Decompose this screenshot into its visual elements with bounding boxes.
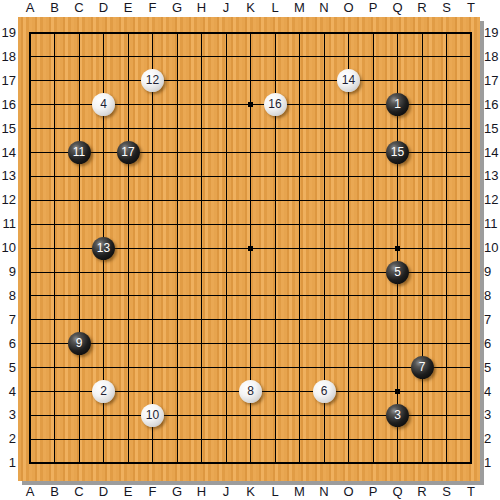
grid-vline-O (348, 32, 349, 464)
coord-label-right-14: 14 (484, 146, 499, 160)
coord-label-top-P: P (364, 1, 382, 15)
grid-vline-S (446, 32, 447, 464)
coord-label-right-10: 10 (484, 241, 499, 255)
stone-13-black-D10: 13 (92, 237, 115, 260)
goban[interactable]: 1234567891011121314151617 (18, 17, 480, 481)
coord-label-top-B: B (46, 1, 64, 15)
stone-7-black-R5: 7 (411, 356, 434, 379)
stone-4-white-D16: 4 (92, 93, 115, 116)
go-diagram-page: { "game": "go", "board_size": 19, "colum… (0, 0, 500, 500)
stone-12-white-F17: 12 (141, 69, 164, 92)
stone-16-white-L16: 16 (264, 93, 287, 116)
coord-label-top-H: H (193, 1, 211, 15)
coord-label-bottom-E: E (119, 485, 137, 499)
coord-label-right-11: 11 (484, 217, 499, 231)
coord-label-bottom-C: C (70, 485, 88, 499)
coord-label-bottom-R: R (413, 485, 431, 499)
stone-14-white-O17: 14 (337, 69, 360, 92)
grid-hline-2 (29, 439, 472, 440)
stone-11-black-C14: 11 (68, 141, 91, 164)
grid-vline-P (373, 32, 374, 464)
star-point-K16 (248, 102, 253, 107)
coord-label-top-D: D (95, 1, 113, 15)
coord-label-bottom-H: H (193, 485, 211, 499)
coord-label-right-18: 18 (484, 50, 499, 64)
coord-label-right-2: 2 (484, 432, 499, 446)
coord-label-left-14: 14 (1, 146, 16, 160)
star-point-K10 (248, 246, 253, 251)
coord-label-right-9: 9 (484, 265, 499, 279)
stone-17-black-E14: 17 (117, 141, 140, 164)
grid-vline-T (470, 32, 472, 464)
grid-vline-R (422, 32, 423, 464)
grid-hline-5 (29, 367, 472, 368)
coord-label-bottom-F: F (144, 485, 162, 499)
coord-label-left-19: 19 (1, 26, 16, 40)
coord-label-top-O: O (340, 1, 358, 15)
coord-label-bottom-G: G (168, 485, 186, 499)
coord-label-right-4: 4 (484, 385, 499, 399)
coord-label-top-F: F (144, 1, 162, 15)
coord-label-right-8: 8 (484, 289, 499, 303)
star-point-Q10 (395, 246, 400, 251)
coord-label-bottom-S: S (438, 485, 456, 499)
grid-hline-1 (29, 462, 472, 464)
coord-label-top-L: L (266, 1, 284, 15)
coord-label-right-3: 3 (484, 408, 499, 422)
coord-label-bottom-L: L (266, 485, 284, 499)
coord-label-top-R: R (413, 1, 431, 15)
coord-label-bottom-O: O (340, 485, 358, 499)
coord-label-top-S: S (438, 1, 456, 15)
coord-label-left-9: 9 (1, 265, 16, 279)
coord-label-bottom-M: M (291, 485, 309, 499)
coord-label-top-Q: Q (389, 1, 407, 15)
coord-label-left-2: 2 (1, 432, 16, 446)
coord-label-left-15: 15 (1, 122, 16, 136)
coord-label-left-12: 12 (1, 193, 16, 207)
coord-label-top-N: N (315, 1, 333, 15)
coord-label-bottom-D: D (95, 485, 113, 499)
grid-hline-6 (29, 343, 472, 344)
coord-label-left-7: 7 (1, 313, 16, 327)
stone-3-black-Q3: 3 (386, 404, 409, 427)
coord-label-bottom-T: T (462, 485, 480, 499)
coord-label-left-4: 4 (1, 385, 16, 399)
coord-label-bottom-N: N (315, 485, 333, 499)
stone-9-black-C6: 9 (68, 332, 91, 355)
coord-label-left-5: 5 (1, 361, 16, 375)
coord-label-bottom-A: A (21, 485, 39, 499)
coord-label-top-J: J (217, 1, 235, 15)
stone-15-black-Q14: 15 (386, 141, 409, 164)
coord-label-top-T: T (462, 1, 480, 15)
coord-label-right-15: 15 (484, 122, 499, 136)
coord-label-right-19: 19 (484, 26, 499, 40)
coord-label-top-C: C (70, 1, 88, 15)
stone-10-white-F3: 10 (141, 404, 164, 427)
coord-label-right-6: 6 (484, 337, 499, 351)
coord-label-right-13: 13 (484, 169, 499, 183)
stone-1-black-Q16: 1 (386, 93, 409, 116)
coord-label-right-7: 7 (484, 313, 499, 327)
coord-label-left-13: 13 (1, 169, 16, 183)
grid-hline-7 (29, 319, 472, 320)
coord-label-left-1: 1 (1, 456, 16, 470)
stone-2-white-D4: 2 (92, 380, 115, 403)
coord-label-bottom-K: K (242, 485, 260, 499)
coord-label-left-10: 10 (1, 241, 16, 255)
coord-label-bottom-B: B (46, 485, 64, 499)
coord-label-right-1: 1 (484, 456, 499, 470)
coord-label-right-12: 12 (484, 193, 499, 207)
grid-hline-8 (29, 295, 472, 296)
coord-label-left-11: 11 (1, 217, 16, 231)
coord-label-top-M: M (291, 1, 309, 15)
coord-label-top-E: E (119, 1, 137, 15)
coord-label-top-K: K (242, 1, 260, 15)
coord-label-right-5: 5 (484, 361, 499, 375)
coord-label-bottom-Q: Q (389, 485, 407, 499)
coord-label-right-17: 17 (484, 74, 499, 88)
stone-8-white-K4: 8 (239, 380, 262, 403)
coord-label-left-18: 18 (1, 50, 16, 64)
coord-label-bottom-P: P (364, 485, 382, 499)
coord-label-left-17: 17 (1, 74, 16, 88)
coord-label-left-3: 3 (1, 408, 16, 422)
coord-label-top-G: G (168, 1, 186, 15)
star-point-Q4 (395, 389, 400, 394)
stone-6-white-N4: 6 (313, 380, 336, 403)
coord-label-right-16: 16 (484, 98, 499, 112)
coord-label-left-16: 16 (1, 98, 16, 112)
coord-label-left-8: 8 (1, 289, 16, 303)
grid-vline-M (299, 32, 300, 464)
stone-5-black-Q9: 5 (386, 261, 409, 284)
coord-label-top-A: A (21, 1, 39, 15)
coord-label-bottom-J: J (217, 485, 235, 499)
coord-label-left-6: 6 (1, 337, 16, 351)
